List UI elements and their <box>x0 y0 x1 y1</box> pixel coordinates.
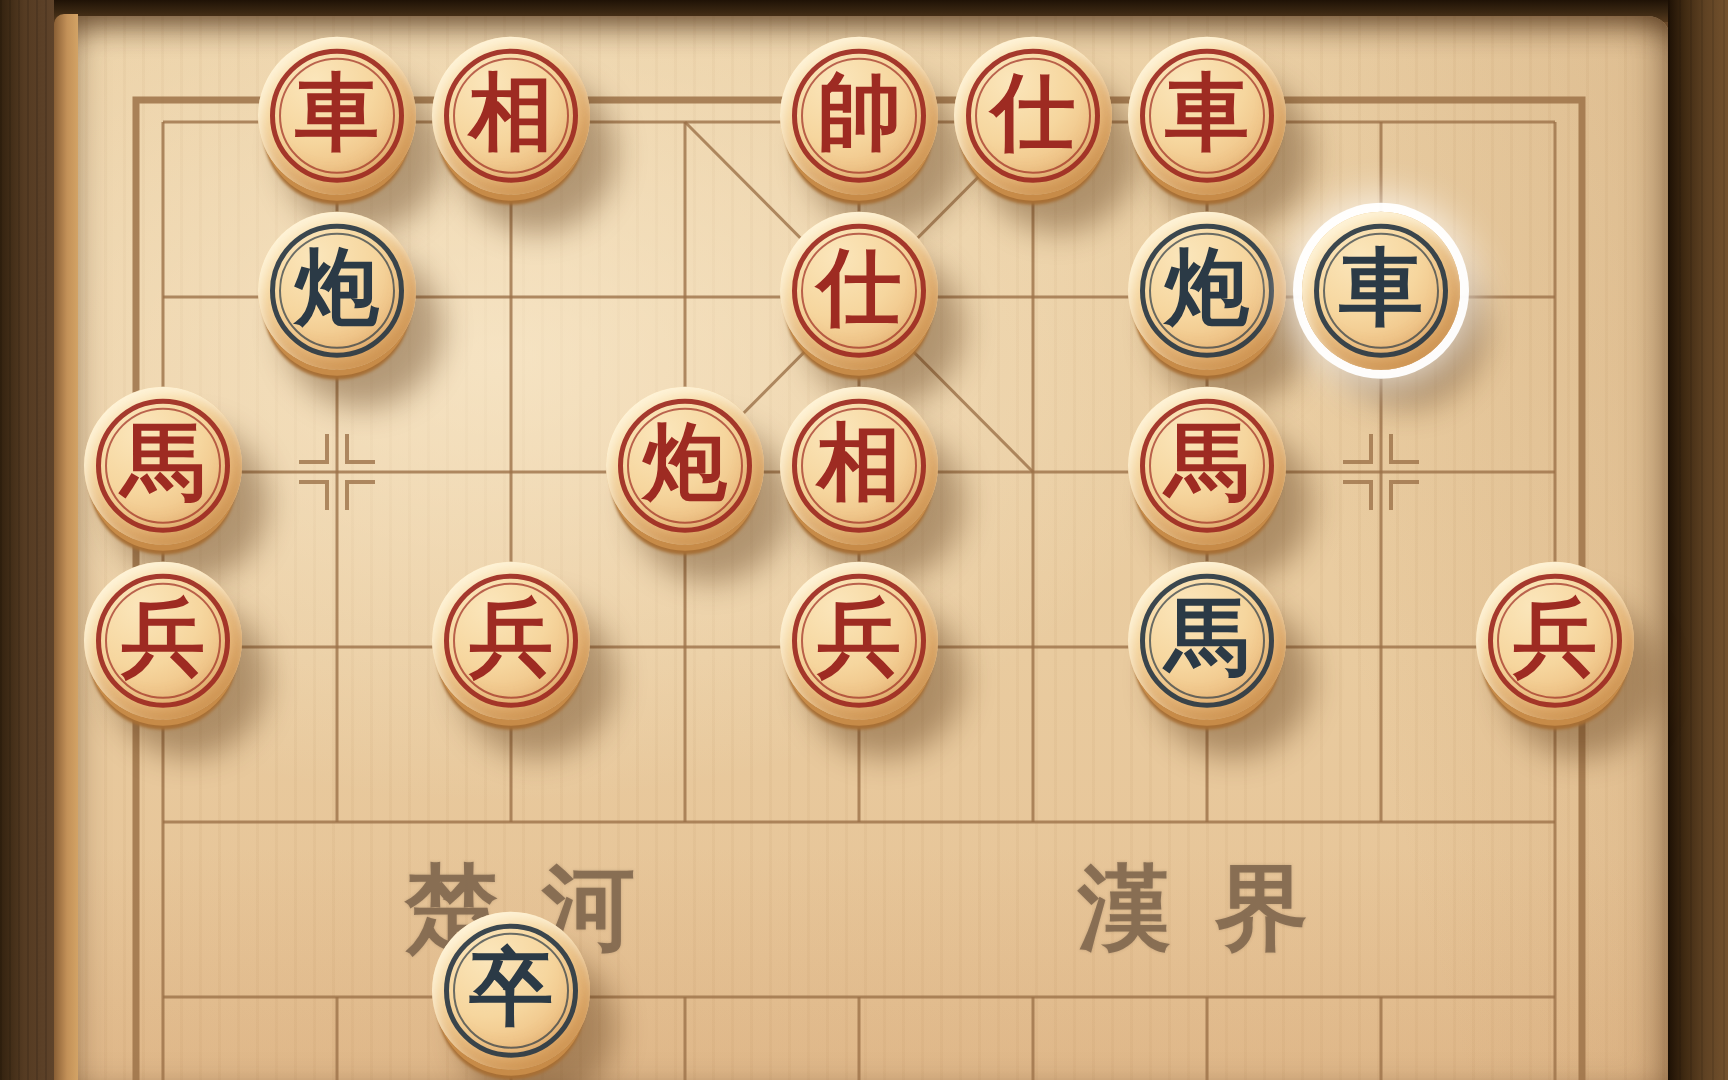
piece-red-horse[interactable]: 馬 <box>84 387 242 545</box>
piece-glyph-soldier: 卒 <box>432 909 590 1067</box>
piece-red-soldier[interactable]: 兵 <box>84 562 242 720</box>
piece-red-horse[interactable]: 馬 <box>1128 387 1286 545</box>
piece-glyph-soldier: 兵 <box>1476 559 1634 717</box>
piece-glyph-chariot: 車 <box>258 34 416 192</box>
piece-glyph-elephant: 相 <box>780 384 938 542</box>
piece-glyph-cannon: 炮 <box>258 209 416 367</box>
piece-glyph-cannon: 炮 <box>606 384 764 542</box>
piece-glyph-horse: 馬 <box>1128 559 1286 717</box>
piece-red-advisor[interactable]: 仕 <box>780 212 938 370</box>
piece-glyph-advisor: 仕 <box>780 209 938 367</box>
piece-glyph-chariot: 車 <box>1128 34 1286 192</box>
piece-glyph-cannon: 炮 <box>1128 209 1286 367</box>
piece-black-cannon[interactable]: 炮 <box>1128 212 1286 370</box>
piece-red-chariot[interactable]: 車 <box>258 37 416 195</box>
piece-black-chariot[interactable]: 車 <box>1302 212 1460 370</box>
piece-glyph-horse: 馬 <box>1128 384 1286 542</box>
piece-black-horse[interactable]: 馬 <box>1128 562 1286 720</box>
piece-red-chariot[interactable]: 車 <box>1128 37 1286 195</box>
piece-glyph-chariot: 車 <box>1302 209 1460 367</box>
piece-red-elephant[interactable]: 相 <box>432 37 590 195</box>
piece-glyph-soldier: 兵 <box>780 559 938 717</box>
xiangqi-game-screen: 楚河 漢界 車相帥仕車炮仕炮車馬炮相馬兵兵兵馬兵卒 <box>0 0 1728 1080</box>
pieces-layer: 車相帥仕車炮仕炮車馬炮相馬兵兵兵馬兵卒 <box>0 0 1728 1080</box>
piece-black-cannon[interactable]: 炮 <box>258 212 416 370</box>
piece-glyph-horse: 馬 <box>84 384 242 542</box>
piece-glyph-soldier: 兵 <box>84 559 242 717</box>
piece-black-soldier[interactable]: 卒 <box>432 912 590 1070</box>
piece-red-soldier[interactable]: 兵 <box>432 562 590 720</box>
piece-red-elephant[interactable]: 相 <box>780 387 938 545</box>
piece-red-cannon[interactable]: 炮 <box>606 387 764 545</box>
piece-red-general[interactable]: 帥 <box>780 37 938 195</box>
piece-glyph-advisor: 仕 <box>954 34 1112 192</box>
piece-glyph-soldier: 兵 <box>432 559 590 717</box>
piece-red-advisor[interactable]: 仕 <box>954 37 1112 195</box>
piece-red-soldier[interactable]: 兵 <box>780 562 938 720</box>
piece-red-soldier[interactable]: 兵 <box>1476 562 1634 720</box>
piece-glyph-elephant: 相 <box>432 34 590 192</box>
piece-glyph-general: 帥 <box>780 34 938 192</box>
